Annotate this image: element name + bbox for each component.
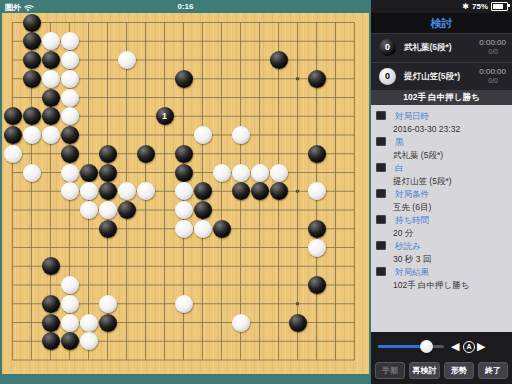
black-stone: [99, 164, 117, 182]
player-periods: 0/0: [488, 77, 498, 84]
black-stone: 1: [156, 107, 174, 125]
black-stone: [118, 201, 136, 219]
white-stone: [4, 145, 22, 163]
white-stone: [308, 182, 326, 200]
white-stone: [61, 276, 79, 294]
info-item-icon: [376, 137, 386, 146]
info-label: 白: [395, 163, 404, 173]
white-stone: [194, 126, 212, 144]
black-stone: [175, 164, 193, 182]
white-stone: [175, 201, 193, 219]
black-stone: [80, 164, 98, 182]
player-row-white[interactable]: 0提灯山笠(5段*)0:00:000/0: [371, 62, 512, 90]
prev-move-button[interactable]: ◀: [451, 340, 459, 353]
action-button-row: 手順再検討形勢終了: [371, 362, 512, 379]
black-stone: [61, 332, 79, 350]
white-stone: [308, 239, 326, 257]
white-stone: [213, 164, 231, 182]
black-stone: [308, 145, 326, 163]
white-stone: [232, 126, 250, 144]
black-stone: [270, 182, 288, 200]
info-value: 2016-03-30 23:32: [393, 124, 460, 134]
move-slider[interactable]: [378, 345, 444, 348]
go-board[interactable]: 1: [2, 13, 369, 374]
black-stone: [289, 314, 307, 332]
black-stone: [42, 107, 60, 125]
next-move-button[interactable]: ▶: [477, 340, 485, 353]
white-stone: [42, 32, 60, 50]
black-stone: [23, 32, 41, 50]
white-stone: [175, 220, 193, 238]
white-stone: [232, 164, 250, 182]
black-stone: [137, 145, 155, 163]
playback-controls: ◀ A ▶ 手順再検討形勢終了: [371, 332, 512, 384]
white-stone: [42, 126, 60, 144]
result-banner: 102手 白中押し勝ち: [371, 90, 512, 105]
black-stone: [4, 107, 22, 125]
info-value: 20 分: [393, 228, 413, 238]
white-stone: [251, 164, 269, 182]
game-info-list: 対局日時2016-03-30 23:32黒武礼葉 (5段*)白提灯山笠 (5段*…: [371, 105, 512, 332]
button-終了[interactable]: 終了: [478, 362, 508, 379]
button-形勢[interactable]: 形勢: [444, 362, 474, 379]
black-stone: [232, 182, 250, 200]
black-stone: [308, 220, 326, 238]
sidebar-title: 検討: [371, 13, 512, 34]
black-stone: [42, 257, 60, 275]
white-stone: [99, 295, 117, 313]
info-item-icon: [376, 241, 386, 250]
info-item-icon: [376, 163, 386, 172]
white-stone: [80, 201, 98, 219]
move-number-label: 1: [156, 107, 174, 125]
info-item-icon: [376, 267, 386, 276]
black-stone-icon: 0: [379, 39, 396, 56]
info-item-icon: [376, 111, 386, 120]
info-label: 対局条件: [395, 189, 429, 199]
black-stone: [42, 314, 60, 332]
black-stone: [42, 51, 60, 69]
player-row-black[interactable]: 0武礼葉(5段*)0:00:000/0: [371, 34, 512, 61]
player-name: 提灯山笠(5段*): [404, 71, 460, 83]
white-stone: [118, 51, 136, 69]
black-stone: [251, 182, 269, 200]
info-label: 秒読み: [395, 241, 421, 251]
black-stone: [23, 70, 41, 88]
player-periods: 0/0: [488, 48, 498, 55]
info-value: 提灯山笠 (5段*): [393, 176, 452, 186]
bluetooth-icon: ✱: [462, 2, 469, 11]
black-stone: [42, 89, 60, 107]
white-stone: [61, 70, 79, 88]
white-stone: [61, 32, 79, 50]
slider-handle[interactable]: [420, 340, 433, 353]
black-stone: [270, 51, 288, 69]
button-再検討[interactable]: 再検討: [409, 362, 439, 379]
black-stone: [23, 14, 41, 32]
black-stone: [308, 276, 326, 294]
info-label: 対局日時: [395, 111, 429, 121]
black-stone: [42, 332, 60, 350]
info-item-icon: [376, 189, 386, 198]
black-stone: [99, 182, 117, 200]
black-stone: [194, 182, 212, 200]
player-clock: 0:00:00: [479, 67, 506, 76]
black-stone: [194, 201, 212, 219]
black-stone: [175, 145, 193, 163]
white-stone: [61, 89, 79, 107]
button-手順[interactable]: 手順: [375, 362, 405, 379]
info-value: 30 秒 3 回: [393, 254, 431, 264]
black-stone: [61, 145, 79, 163]
black-stone: [42, 295, 60, 313]
white-stone: [80, 332, 98, 350]
black-stone: [99, 220, 117, 238]
info-label: 持ち時間: [395, 215, 429, 225]
status-bar: 圏外 0:16 ✱ 75%: [0, 0, 512, 13]
white-stone-icon: 0: [379, 68, 396, 85]
black-stone: [4, 126, 22, 144]
black-stone: [308, 70, 326, 88]
white-stone: [232, 314, 250, 332]
info-value: 武礼葉 (5段*): [393, 150, 443, 160]
white-stone: [61, 164, 79, 182]
player-clock: 0:00:00: [479, 38, 506, 47]
black-stone: [61, 126, 79, 144]
black-stone: [23, 51, 41, 69]
black-stone: [99, 145, 117, 163]
white-stone: [175, 182, 193, 200]
info-value: 102手 白中押し勝ち: [393, 280, 469, 290]
white-stone: [23, 126, 41, 144]
white-stone: [61, 295, 79, 313]
black-stone: [175, 70, 193, 88]
white-stone: [61, 182, 79, 200]
hoshi-point: [296, 77, 300, 81]
white-stone: [42, 70, 60, 88]
clock-label: 0:16: [0, 2, 371, 11]
player-name: 武礼葉(5段*): [404, 42, 452, 54]
white-stone: [270, 164, 288, 182]
white-stone: [175, 295, 193, 313]
hoshi-point: [296, 302, 300, 306]
white-stone: [194, 220, 212, 238]
battery-icon: [491, 2, 508, 11]
review-sidebar: 検討 0武礼葉(5段*)0:00:000/00提灯山笠(5段*)0:00:000…: [371, 0, 512, 384]
white-stone: [80, 314, 98, 332]
info-item-icon: [376, 215, 386, 224]
black-stone: [213, 220, 231, 238]
white-stone: [118, 182, 136, 200]
white-stone: [99, 201, 117, 219]
hoshi-point: [296, 189, 300, 193]
white-stone: [23, 164, 41, 182]
black-stone: [99, 314, 117, 332]
white-stone: [61, 51, 79, 69]
battery-percent-label: 75%: [472, 2, 488, 11]
info-value: 互先 (6目): [393, 202, 431, 212]
info-label: 黒: [395, 137, 404, 147]
white-stone: [61, 107, 79, 125]
white-stone: [137, 182, 155, 200]
player-panel: 0武礼葉(5段*)0:00:000/00提灯山笠(5段*)0:00:000/0: [371, 34, 512, 90]
black-stone: [23, 107, 41, 125]
autoplay-button[interactable]: A: [463, 341, 475, 353]
info-label: 対局結果: [395, 267, 429, 277]
white-stone: [80, 182, 98, 200]
white-stone: [61, 314, 79, 332]
